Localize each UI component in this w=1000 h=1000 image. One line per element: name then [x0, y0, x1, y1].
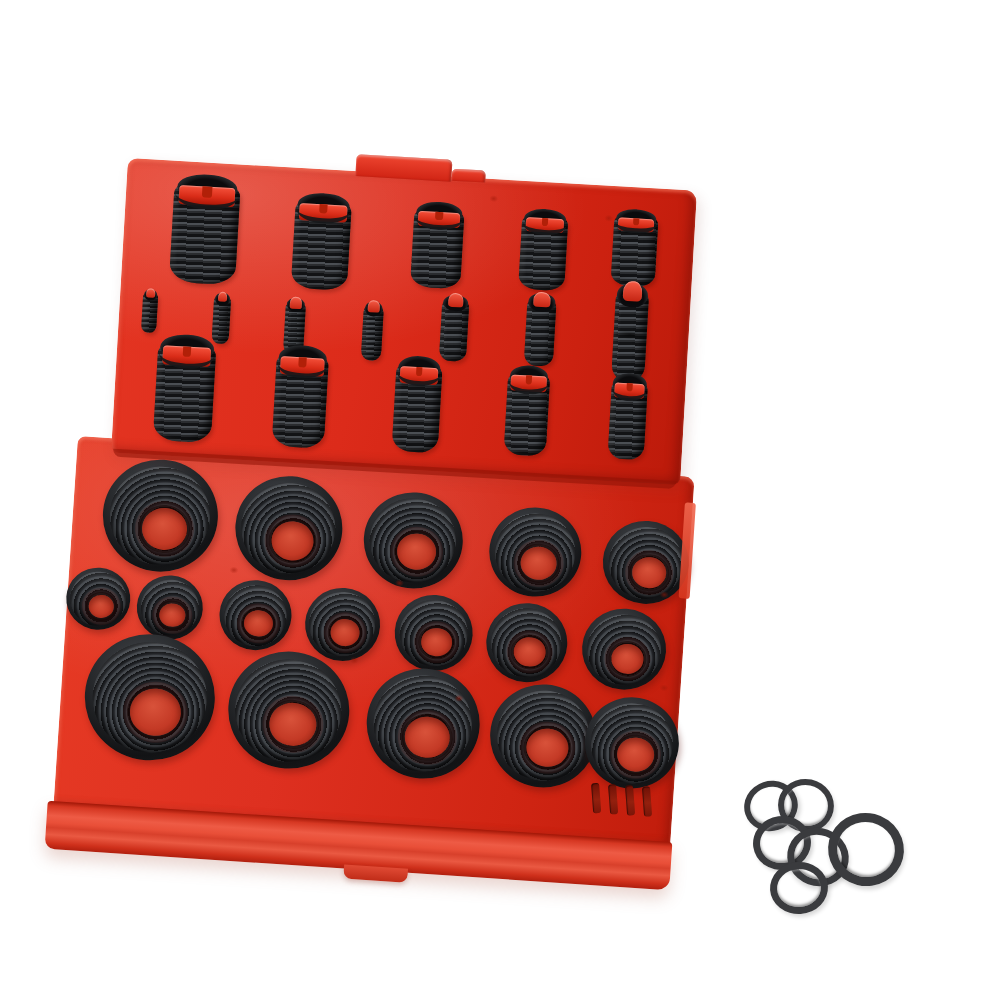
oring-well-rings [489, 606, 564, 679]
lid-latch-step [451, 169, 486, 183]
oring-stack-middle [439, 298, 470, 361]
oring-well-rings [398, 598, 470, 668]
oring-stack-top [410, 207, 465, 290]
mold-mark [350, 657, 359, 665]
oring-well-rings [139, 578, 200, 637]
oring-well-rings [107, 464, 213, 568]
oring-stack-middle [361, 305, 384, 361]
oring-well-bottom [224, 648, 352, 773]
peg-top [290, 297, 302, 309]
well-floor [268, 701, 318, 748]
well-floor [88, 594, 115, 619]
oring-stack-bottom [504, 370, 551, 456]
rim-vent-slot [608, 784, 618, 815]
oring-well-rings [606, 524, 685, 601]
well-floor [610, 643, 645, 675]
oring-well-middle [135, 573, 205, 641]
mold-mark [229, 566, 238, 574]
peg-top [533, 291, 551, 307]
oring-well-top [99, 456, 221, 575]
oring-well-rings [232, 656, 344, 765]
oring-stack-top [169, 180, 241, 286]
oring-well-rings [493, 511, 578, 594]
well-floor [128, 687, 182, 737]
product-photo-oring-kit [0, 0, 1000, 1000]
oring-stack-top [518, 213, 568, 292]
oring-well-bottom [81, 630, 219, 764]
oring-stack-bottom [272, 351, 329, 449]
rim-vent-slot [591, 783, 601, 814]
oring-stack-middle [141, 292, 158, 333]
oring-well-top [232, 473, 346, 584]
oring-well-rings [307, 590, 376, 658]
well-floor [631, 556, 667, 589]
oring-stack-bottom [608, 378, 649, 460]
oring-well-top [600, 518, 691, 607]
oring-well-top [360, 489, 465, 591]
oring-stack-middle [524, 297, 557, 367]
mold-mark [659, 684, 668, 692]
oring-well-rings [239, 480, 338, 576]
oring-well-top [486, 505, 584, 600]
oring-well-middle [64, 566, 132, 632]
peg-top [146, 289, 155, 298]
peg-top [623, 280, 643, 301]
well-floor [404, 715, 451, 759]
case-tray [53, 436, 694, 848]
case-lid [111, 158, 697, 485]
oring-well-middle [302, 585, 382, 663]
well-floor [513, 636, 547, 668]
rim-vent-slot [642, 786, 652, 817]
oring-well-rings [222, 583, 289, 648]
oring-well-middle [483, 600, 569, 684]
oring-well-rings [370, 673, 474, 775]
well-floor [141, 507, 189, 552]
oring-stack-bottom [392, 361, 443, 453]
mold-mark [604, 215, 613, 223]
oring-stack-middle [611, 288, 649, 382]
oring-stack-top [610, 213, 658, 287]
well-floor [396, 533, 437, 571]
oring-well-middle [579, 606, 668, 692]
well-floor [159, 602, 186, 628]
lid-latch-tab [355, 154, 452, 181]
oring-stack-middle [211, 295, 231, 344]
rim-alignment-tab [343, 865, 408, 883]
oring-well-bottom [582, 695, 682, 792]
peg-top [448, 293, 464, 308]
well-floor [270, 520, 314, 562]
well-floor [330, 618, 361, 647]
mold-mark [489, 195, 498, 203]
oring-well-bottom [487, 681, 600, 791]
well-floor [243, 610, 273, 638]
oring-well-rings [90, 639, 210, 756]
tray-side-wall [679, 502, 696, 599]
oring-well-rings [585, 612, 663, 687]
oring-stack-top [291, 198, 352, 291]
oring-well-middle [392, 593, 475, 674]
well-floor [616, 736, 655, 772]
tray-front-rim [45, 801, 673, 890]
well-floor [520, 545, 558, 581]
oring-well-bottom [363, 665, 483, 782]
oring-stack-bottom [153, 340, 217, 443]
oring-well-rings [69, 570, 128, 628]
oring-well-rings [367, 496, 459, 585]
well-floor [421, 627, 453, 657]
oring-well-rings [494, 688, 592, 784]
well-floor [525, 727, 569, 768]
peg-top [368, 300, 380, 313]
oring-well-middle [217, 578, 293, 653]
oring-well-rings [588, 701, 675, 785]
rim-vent-slot [625, 785, 635, 816]
